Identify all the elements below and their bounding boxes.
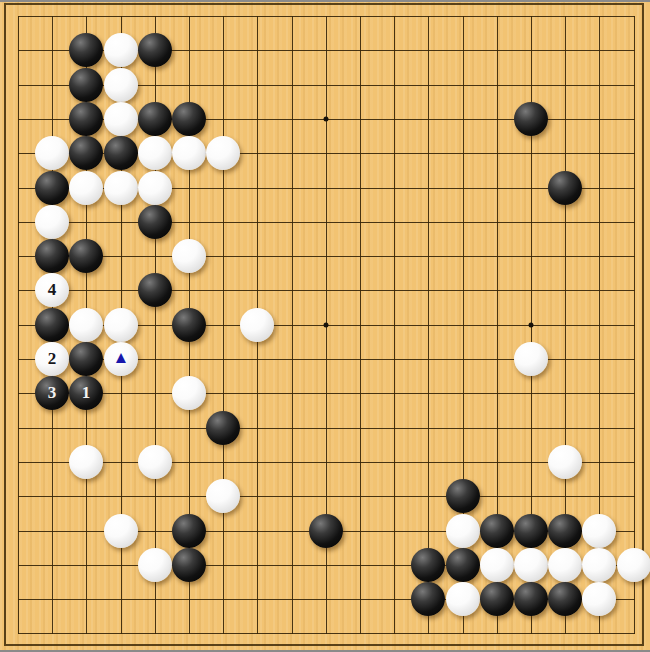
stone-black[interactable] xyxy=(411,582,445,616)
stone-white[interactable] xyxy=(240,308,274,342)
grid-vline xyxy=(428,16,429,634)
stone-white[interactable] xyxy=(69,171,103,205)
stone-black[interactable] xyxy=(446,548,480,582)
triangle-marker: ▲ xyxy=(113,341,130,375)
stone-black[interactable] xyxy=(69,33,103,67)
stone-black[interactable] xyxy=(172,514,206,548)
stone-white[interactable] xyxy=(172,239,206,273)
stone-white[interactable] xyxy=(104,171,138,205)
stone-white[interactable] xyxy=(514,342,548,376)
stone-white[interactable] xyxy=(206,479,240,513)
stone-black[interactable] xyxy=(548,171,582,205)
stone-white[interactable] xyxy=(35,136,69,170)
stone-black[interactable] xyxy=(69,136,103,170)
stone-black[interactable] xyxy=(309,514,343,548)
grid-hline xyxy=(18,496,635,497)
stone-black[interactable] xyxy=(548,582,582,616)
stone-white[interactable]: 4 xyxy=(35,273,69,307)
stone-white[interactable] xyxy=(69,308,103,342)
stone-white[interactable] xyxy=(138,171,172,205)
stone-white[interactable] xyxy=(104,68,138,102)
stone-white[interactable] xyxy=(514,548,548,582)
stone-black[interactable] xyxy=(138,205,172,239)
stone-black[interactable] xyxy=(35,171,69,205)
stone-white[interactable] xyxy=(548,548,582,582)
stone-white[interactable] xyxy=(617,548,650,582)
stone-white[interactable] xyxy=(104,514,138,548)
stone-black[interactable] xyxy=(480,514,514,548)
stone-white[interactable] xyxy=(138,445,172,479)
stone-white[interactable] xyxy=(69,445,103,479)
grid-vline xyxy=(394,16,395,634)
stone-white[interactable] xyxy=(582,548,616,582)
grid-vline xyxy=(360,16,361,634)
stone-white[interactable]: ▲ xyxy=(104,342,138,376)
grid-hline xyxy=(18,393,635,394)
stone-black[interactable] xyxy=(514,582,548,616)
grid-vline xyxy=(634,16,635,634)
stone-white[interactable] xyxy=(548,445,582,479)
stone-white[interactable] xyxy=(35,205,69,239)
stone-white[interactable] xyxy=(582,514,616,548)
stone-white[interactable] xyxy=(582,582,616,616)
stone-white[interactable]: 2 xyxy=(35,342,69,376)
stone-black[interactable] xyxy=(446,479,480,513)
stone-black[interactable] xyxy=(69,342,103,376)
hoshi-dot xyxy=(529,323,534,328)
stone-white[interactable] xyxy=(446,514,480,548)
stone-black[interactable] xyxy=(35,239,69,273)
stone-black[interactable] xyxy=(69,68,103,102)
stone-black[interactable]: 3 xyxy=(35,376,69,410)
stone-white[interactable] xyxy=(104,33,138,67)
stone-black[interactable] xyxy=(514,102,548,136)
stone-black[interactable] xyxy=(69,239,103,273)
stone-black[interactable] xyxy=(138,102,172,136)
grid-hline xyxy=(18,633,635,634)
stone-white[interactable] xyxy=(172,376,206,410)
stone-white[interactable] xyxy=(104,102,138,136)
stone-black[interactable] xyxy=(206,411,240,445)
stone-white[interactable] xyxy=(446,582,480,616)
stone-black[interactable] xyxy=(172,102,206,136)
stone-white[interactable] xyxy=(172,136,206,170)
grid-hline xyxy=(18,462,635,463)
stone-black[interactable] xyxy=(69,102,103,136)
move-number-label: 1 xyxy=(82,376,91,410)
stone-black[interactable] xyxy=(411,548,445,582)
grid-hline xyxy=(18,428,635,429)
stone-black[interactable]: 1 xyxy=(69,376,103,410)
stone-black[interactable] xyxy=(172,308,206,342)
go-board[interactable]: 42▲31 xyxy=(0,0,650,652)
stone-white[interactable] xyxy=(138,548,172,582)
stone-black[interactable] xyxy=(172,548,206,582)
stone-white[interactable] xyxy=(104,308,138,342)
stone-white[interactable] xyxy=(138,136,172,170)
move-number-label: 3 xyxy=(48,376,57,410)
hoshi-dot xyxy=(324,117,329,122)
stone-white[interactable] xyxy=(206,136,240,170)
stone-black[interactable] xyxy=(138,33,172,67)
stone-white[interactable] xyxy=(480,548,514,582)
stone-black[interactable] xyxy=(480,582,514,616)
move-number-label: 2 xyxy=(48,342,57,376)
stone-black[interactable] xyxy=(104,136,138,170)
stone-black[interactable] xyxy=(35,308,69,342)
move-number-label: 4 xyxy=(48,273,57,307)
stone-black[interactable] xyxy=(514,514,548,548)
board-top-edge xyxy=(0,0,650,2)
stone-black[interactable] xyxy=(548,514,582,548)
stone-black[interactable] xyxy=(138,273,172,307)
hoshi-dot xyxy=(324,323,329,328)
